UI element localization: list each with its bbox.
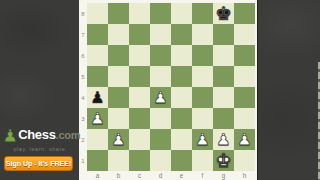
square-a1 [87, 150, 108, 171]
square-g5 [213, 66, 234, 87]
file-label-h: h [235, 171, 254, 179]
square-g7 [213, 24, 234, 45]
square-c1 [129, 150, 150, 171]
square-a4: ♟ [87, 87, 108, 108]
square-h1 [234, 150, 255, 171]
white-pawn: ♟ [213, 129, 234, 150]
square-a2 [87, 129, 108, 150]
white-king: ♚ [213, 150, 234, 171]
square-a5 [87, 66, 108, 87]
square-e5 [171, 66, 192, 87]
square-d5 [150, 66, 171, 87]
square-b1 [108, 150, 129, 171]
logo-text-com: .com [56, 129, 80, 141]
square-f1 [192, 150, 213, 171]
square-b7 [108, 24, 129, 45]
square-f3 [192, 108, 213, 129]
square-e6 [171, 45, 192, 66]
file-label-d: d [151, 171, 170, 179]
square-d7 [150, 24, 171, 45]
square-e1 [171, 150, 192, 171]
file-label-f: f [193, 171, 212, 179]
square-d2 [150, 129, 171, 150]
black-pawn: ♟ [87, 87, 108, 108]
square-g1: ♚ [213, 150, 234, 171]
brand-tagline: play. learn. share. [13, 146, 65, 152]
square-c4 [129, 87, 150, 108]
square-h4 [234, 87, 255, 108]
rank-label-6: 6 [80, 47, 87, 65]
square-d3 [150, 108, 171, 129]
square-h7 [234, 24, 255, 45]
square-c6 [129, 45, 150, 66]
white-pawn: ♟ [234, 129, 255, 150]
square-c8 [129, 3, 150, 24]
sign-up-button[interactable]: Sign Up - It's FREE! [4, 156, 73, 171]
square-g8: ♚ [213, 3, 234, 24]
chesscom-logo: ♟Chess.com [2, 125, 78, 146]
rank-label-4: 4 [80, 89, 87, 107]
white-pawn: ♟ [108, 129, 129, 150]
square-e8 [171, 3, 192, 24]
square-e2 [171, 129, 192, 150]
square-c7 [129, 24, 150, 45]
square-c3 [129, 108, 150, 129]
square-h3 [234, 108, 255, 129]
square-e4 [171, 87, 192, 108]
square-b2: ♟ [108, 129, 129, 150]
file-label-e: e [172, 171, 191, 179]
square-b4 [108, 87, 129, 108]
square-h6 [234, 45, 255, 66]
white-pawn: ♟ [192, 129, 213, 150]
square-b8 [108, 3, 129, 24]
rank-label-2: 2 [80, 131, 87, 149]
rank-label-7: 7 [80, 26, 87, 44]
file-label-c: c [130, 171, 149, 179]
square-f7 [192, 24, 213, 45]
square-a3: ♟ [87, 108, 108, 129]
square-d6 [150, 45, 171, 66]
square-f8 [192, 3, 213, 24]
square-e3 [171, 108, 192, 129]
square-b5 [108, 66, 129, 87]
square-d4: ♟ [150, 87, 171, 108]
square-d1 [150, 150, 171, 171]
square-e7 [171, 24, 192, 45]
square-h2: ♟ [234, 129, 255, 150]
white-pawn: ♟ [150, 87, 171, 108]
file-label-b: b [109, 171, 128, 179]
rank-label-5: 5 [80, 68, 87, 86]
white-pawn: ♟ [87, 108, 108, 129]
square-g6 [213, 45, 234, 66]
square-a6 [87, 45, 108, 66]
board-grid: ♚♟♟♟♟♟♟♟♚ [87, 3, 255, 171]
logo-text-chess: Chess [18, 127, 56, 142]
square-f5 [192, 66, 213, 87]
rank-label-8: 8 [80, 5, 87, 23]
square-g3 [213, 108, 234, 129]
file-label-a: a [88, 171, 107, 179]
square-h5 [234, 66, 255, 87]
square-g4 [213, 87, 234, 108]
square-d8 [150, 3, 171, 24]
square-f4 [192, 87, 213, 108]
square-b3 [108, 108, 129, 129]
square-c2 [129, 129, 150, 150]
black-king: ♚ [213, 3, 234, 24]
file-label-g: g [214, 171, 233, 179]
video-frame: 87654321 ♚♟♟♟♟♟♟♟♚ abcdefgh ♟Chess.com p… [0, 0, 320, 180]
square-f6 [192, 45, 213, 66]
rank-labels: 87654321 [79, 3, 87, 171]
square-a7 [87, 24, 108, 45]
chesscom-branding: ♟Chess.com play. learn. share. Sign Up -… [0, 0, 79, 180]
file-labels: abcdefgh [87, 171, 255, 180]
square-a8 [87, 3, 108, 24]
rank-label-1: 1 [80, 152, 87, 170]
square-h8 [234, 3, 255, 24]
chess-board: 87654321 ♚♟♟♟♟♟♟♟♚ abcdefgh [79, 0, 258, 180]
rank-label-3: 3 [80, 110, 87, 128]
square-b6 [108, 45, 129, 66]
square-f2: ♟ [192, 129, 213, 150]
square-g2: ♟ [213, 129, 234, 150]
square-c5 [129, 66, 150, 87]
chesscom-pawn-icon: ♟ [2, 125, 18, 146]
